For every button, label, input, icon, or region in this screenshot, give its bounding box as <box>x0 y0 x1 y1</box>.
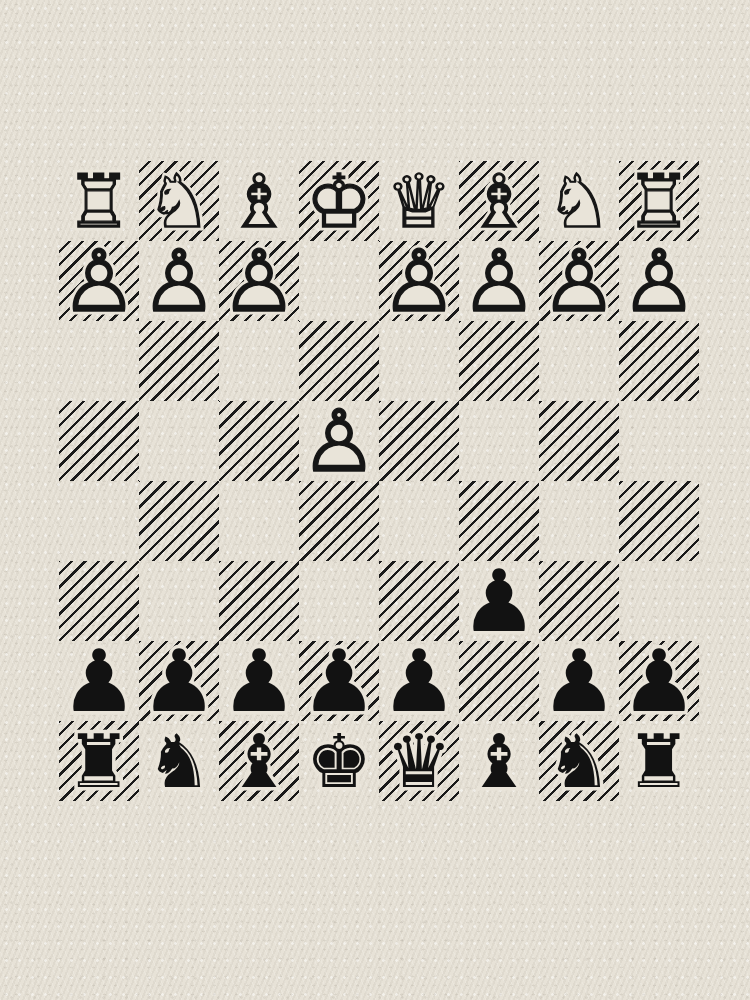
black-pawn[interactable]: ♟♟ <box>539 641 619 721</box>
piece-face: ♖ <box>66 161 132 241</box>
square-f5[interactable] <box>219 481 299 561</box>
black-pawn[interactable]: ♟♟ <box>459 561 539 641</box>
black-pawn[interactable]: ♟♟ <box>219 641 299 721</box>
square-g1[interactable]: ♞♘ <box>139 161 219 241</box>
square-e6[interactable] <box>299 561 379 641</box>
white-bishop[interactable]: ♝♗ <box>219 161 299 241</box>
square-h2[interactable]: ♟♙ <box>59 241 139 321</box>
fabric-background: { "game": "chess", "position": { "fen": … <box>0 0 750 1000</box>
piece-face: ♟ <box>540 641 617 721</box>
piece-face: ♟ <box>460 561 537 641</box>
square-h1[interactable]: ♜♖ <box>59 161 139 241</box>
square-a5[interactable] <box>619 481 699 561</box>
square-c5[interactable] <box>459 481 539 561</box>
white-pawn[interactable]: ♟♙ <box>219 241 299 321</box>
black-queen[interactable]: ♛♛ <box>379 721 459 801</box>
piece-face: ♟ <box>380 641 457 721</box>
piece-face: ♚ <box>306 721 372 801</box>
black-rook[interactable]: ♜♜ <box>619 721 699 801</box>
square-d1[interactable]: ♛♕ <box>379 161 459 241</box>
square-f1[interactable]: ♝♗ <box>219 161 299 241</box>
piece-face: ♜ <box>626 721 692 801</box>
piece-face: ♟ <box>60 641 137 721</box>
white-bishop[interactable]: ♝♗ <box>459 161 539 241</box>
black-knight[interactable]: ♞♞ <box>139 721 219 801</box>
black-pawn[interactable]: ♟♟ <box>379 641 459 721</box>
square-e2[interactable] <box>299 241 379 321</box>
white-pawn[interactable]: ♟♙ <box>619 241 699 321</box>
square-a4[interactable] <box>619 401 699 481</box>
square-b7[interactable]: ♟♟ <box>539 641 619 721</box>
square-a3[interactable] <box>619 321 699 401</box>
square-c8[interactable]: ♝♝ <box>459 721 539 801</box>
piece-face: ♙ <box>460 241 537 321</box>
piece-face: ♘ <box>146 161 212 241</box>
piece-face: ♞ <box>146 721 212 801</box>
square-e1[interactable]: ♚♔ <box>299 161 379 241</box>
black-king[interactable]: ♚♚ <box>299 721 379 801</box>
square-d3[interactable] <box>379 321 459 401</box>
piece-face: ♕ <box>386 161 452 241</box>
chess-board: ♜♖♞♘♝♗♚♔♛♕♝♗♞♘♜♖♟♙♟♙♟♙♟♙♟♙♟♙♟♙♟♙♟♟♟♟♟♟♟♟… <box>59 161 699 801</box>
square-a8[interactable]: ♜♜ <box>619 721 699 801</box>
black-rook[interactable]: ♜♜ <box>59 721 139 801</box>
square-b8[interactable]: ♞♞ <box>539 721 619 801</box>
square-a1[interactable]: ♜♖ <box>619 161 699 241</box>
black-bishop[interactable]: ♝♝ <box>459 721 539 801</box>
white-rook[interactable]: ♜♖ <box>619 161 699 241</box>
black-pawn[interactable]: ♟♟ <box>139 641 219 721</box>
square-e3[interactable] <box>299 321 379 401</box>
square-g4[interactable] <box>139 401 219 481</box>
piece-face: ♙ <box>620 241 697 321</box>
piece-face: ♝ <box>226 721 292 801</box>
square-b1[interactable]: ♞♘ <box>539 161 619 241</box>
piece-face: ♞ <box>546 721 612 801</box>
square-d8[interactable]: ♛♛ <box>379 721 459 801</box>
piece-face: ♙ <box>60 241 137 321</box>
square-b2[interactable]: ♟♙ <box>539 241 619 321</box>
square-g3[interactable] <box>139 321 219 401</box>
square-a7[interactable]: ♟♟ <box>619 641 699 721</box>
square-g2[interactable]: ♟♙ <box>139 241 219 321</box>
piece-face: ♛ <box>386 721 452 801</box>
square-a6[interactable] <box>619 561 699 641</box>
square-g6[interactable] <box>139 561 219 641</box>
piece-face: ♗ <box>466 161 532 241</box>
square-d7[interactable]: ♟♟ <box>379 641 459 721</box>
piece-face: ♖ <box>626 161 692 241</box>
square-c4[interactable] <box>459 401 539 481</box>
piece-face: ♟ <box>140 641 217 721</box>
square-c7[interactable] <box>459 641 539 721</box>
square-f3[interactable] <box>219 321 299 401</box>
piece-face: ♟ <box>620 641 697 721</box>
square-f6[interactable] <box>219 561 299 641</box>
square-a2[interactable]: ♟♙ <box>619 241 699 321</box>
black-knight[interactable]: ♞♞ <box>539 721 619 801</box>
square-g5[interactable] <box>139 481 219 561</box>
square-c3[interactable] <box>459 321 539 401</box>
white-pawn[interactable]: ♟♙ <box>459 241 539 321</box>
piece-face: ♟ <box>300 641 377 721</box>
black-pawn[interactable]: ♟♟ <box>299 641 379 721</box>
square-f7[interactable]: ♟♟ <box>219 641 299 721</box>
black-bishop[interactable]: ♝♝ <box>219 721 299 801</box>
white-pawn[interactable]: ♟♙ <box>59 241 139 321</box>
white-pawn[interactable]: ♟♙ <box>379 241 459 321</box>
square-f8[interactable]: ♝♝ <box>219 721 299 801</box>
square-d5[interactable] <box>379 481 459 561</box>
white-knight[interactable]: ♞♘ <box>139 161 219 241</box>
piece-face: ♟ <box>220 641 297 721</box>
square-c1[interactable]: ♝♗ <box>459 161 539 241</box>
square-b5[interactable] <box>539 481 619 561</box>
square-f4[interactable] <box>219 401 299 481</box>
white-pawn[interactable]: ♟♙ <box>299 401 379 481</box>
square-e4[interactable]: ♟♙ <box>299 401 379 481</box>
square-g7[interactable]: ♟♟ <box>139 641 219 721</box>
piece-face: ♜ <box>66 721 132 801</box>
square-b4[interactable] <box>539 401 619 481</box>
square-d4[interactable] <box>379 401 459 481</box>
square-c2[interactable]: ♟♙ <box>459 241 539 321</box>
square-d2[interactable]: ♟♙ <box>379 241 459 321</box>
piece-face: ♙ <box>380 241 457 321</box>
white-king[interactable]: ♚♔ <box>299 161 379 241</box>
white-rook[interactable]: ♜♖ <box>59 161 139 241</box>
square-h8[interactable]: ♜♜ <box>59 721 139 801</box>
piece-face: ♙ <box>140 241 217 321</box>
piece-face: ♝ <box>466 721 532 801</box>
square-g8[interactable]: ♞♞ <box>139 721 219 801</box>
square-c6[interactable]: ♟♟ <box>459 561 539 641</box>
piece-face: ♙ <box>220 241 297 321</box>
square-e5[interactable] <box>299 481 379 561</box>
piece-face: ♙ <box>540 241 617 321</box>
square-f2[interactable]: ♟♙ <box>219 241 299 321</box>
square-e8[interactable]: ♚♚ <box>299 721 379 801</box>
piece-face: ♔ <box>306 161 372 241</box>
black-pawn[interactable]: ♟♟ <box>59 641 139 721</box>
white-pawn[interactable]: ♟♙ <box>539 241 619 321</box>
piece-face: ♙ <box>300 401 377 481</box>
white-queen[interactable]: ♛♕ <box>379 161 459 241</box>
square-h4[interactable] <box>59 401 139 481</box>
white-knight[interactable]: ♞♘ <box>539 161 619 241</box>
square-b3[interactable] <box>539 321 619 401</box>
square-h6[interactable] <box>59 561 139 641</box>
square-h5[interactable] <box>59 481 139 561</box>
square-e7[interactable]: ♟♟ <box>299 641 379 721</box>
black-pawn[interactable]: ♟♟ <box>619 641 699 721</box>
square-h7[interactable]: ♟♟ <box>59 641 139 721</box>
square-b6[interactable] <box>539 561 619 641</box>
piece-face: ♘ <box>546 161 612 241</box>
square-h3[interactable] <box>59 321 139 401</box>
white-pawn[interactable]: ♟♙ <box>139 241 219 321</box>
piece-face: ♗ <box>226 161 292 241</box>
square-d6[interactable] <box>379 561 459 641</box>
